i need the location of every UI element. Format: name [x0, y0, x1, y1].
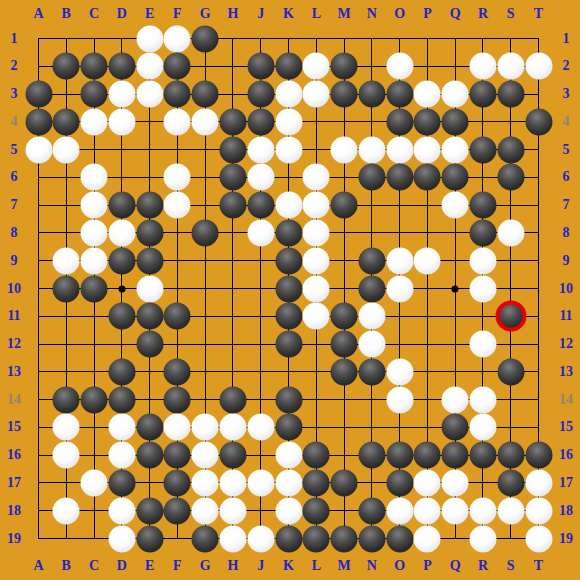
stone-white-K18[interactable]: [275, 497, 302, 524]
stone-white-R15[interactable]: [469, 414, 496, 441]
stone-black-F16[interactable]: [164, 442, 191, 469]
stone-white-L2[interactable]: [303, 53, 330, 80]
stone-black-K14[interactable]: [275, 386, 302, 413]
stone-white-G18[interactable]: [192, 497, 219, 524]
stone-black-C10[interactable]: [81, 275, 108, 302]
stone-black-P16[interactable]: [414, 442, 441, 469]
stone-white-P5[interactable]: [414, 136, 441, 163]
row-label-left-9: 9: [3, 253, 25, 269]
col-label-top-E: E: [139, 6, 161, 22]
stone-black-N9[interactable]: [358, 247, 385, 274]
col-label-top-F: F: [166, 6, 188, 22]
stone-white-D18[interactable]: [108, 497, 135, 524]
stone-black-T4[interactable]: [525, 108, 552, 135]
stone-black-J3[interactable]: [247, 81, 274, 108]
stone-white-C4[interactable]: [81, 108, 108, 135]
stone-black-E18[interactable]: [136, 497, 163, 524]
row-label-right-19: 19: [555, 531, 577, 547]
stone-white-E3[interactable]: [136, 81, 163, 108]
stone-white-D19[interactable]: [108, 525, 135, 552]
stone-black-S3[interactable]: [497, 81, 524, 108]
row-label-right-3: 3: [555, 86, 577, 102]
row-label-right-18: 18: [555, 503, 577, 519]
row-label-left-6: 6: [3, 169, 25, 185]
stone-white-L10[interactable]: [303, 275, 330, 302]
stone-white-E2[interactable]: [136, 53, 163, 80]
stone-black-N3[interactable]: [358, 81, 385, 108]
stone-black-B10[interactable]: [53, 275, 80, 302]
stone-white-R12[interactable]: [469, 331, 496, 358]
stone-black-S6[interactable]: [497, 164, 524, 191]
stone-black-O17[interactable]: [386, 469, 413, 496]
stone-black-K9[interactable]: [275, 247, 302, 274]
col-label-bottom-Q: Q: [444, 558, 466, 574]
stone-white-D16[interactable]: [108, 442, 135, 469]
stone-white-Q3[interactable]: [442, 81, 469, 108]
stone-black-E7[interactable]: [136, 192, 163, 219]
row-label-left-17: 17: [3, 475, 25, 491]
stone-white-D15[interactable]: [108, 414, 135, 441]
stone-white-Q18[interactable]: [442, 497, 469, 524]
stone-black-N18[interactable]: [358, 497, 385, 524]
stone-white-C8[interactable]: [81, 219, 108, 246]
row-label-right-11: 11: [555, 308, 577, 324]
col-label-bottom-D: D: [111, 558, 133, 574]
stone-black-F3[interactable]: [164, 81, 191, 108]
stone-black-M17[interactable]: [331, 469, 358, 496]
stone-white-D4[interactable]: [108, 108, 135, 135]
row-label-right-1: 1: [555, 31, 577, 47]
stone-white-E1[interactable]: [136, 25, 163, 52]
stone-white-R19[interactable]: [469, 525, 496, 552]
stone-white-F15[interactable]: [164, 414, 191, 441]
stone-black-S5[interactable]: [497, 136, 524, 163]
stone-white-K3[interactable]: [275, 81, 302, 108]
row-label-right-12: 12: [555, 336, 577, 352]
row-label-left-12: 12: [3, 336, 25, 352]
row-label-left-13: 13: [3, 364, 25, 380]
stone-white-T18[interactable]: [525, 497, 552, 524]
col-label-top-K: K: [278, 6, 300, 22]
stone-black-O19[interactable]: [386, 525, 413, 552]
col-label-top-C: C: [83, 6, 105, 22]
stone-black-G3[interactable]: [192, 81, 219, 108]
row-label-right-14: 14: [555, 392, 577, 408]
row-label-left-2: 2: [3, 58, 25, 74]
stone-black-O6[interactable]: [386, 164, 413, 191]
stone-white-O2[interactable]: [386, 53, 413, 80]
stone-black-Q15[interactable]: [442, 414, 469, 441]
col-label-bottom-E: E: [139, 558, 161, 574]
stone-white-P9[interactable]: [414, 247, 441, 274]
stone-white-J8[interactable]: [247, 219, 274, 246]
row-label-right-16: 16: [555, 447, 577, 463]
stone-white-A5[interactable]: [25, 136, 52, 163]
stone-black-F17[interactable]: [164, 469, 191, 496]
col-label-top-N: N: [361, 6, 383, 22]
stone-white-Q17[interactable]: [442, 469, 469, 496]
col-label-bottom-O: O: [389, 558, 411, 574]
stone-black-D2[interactable]: [108, 53, 135, 80]
stone-white-K16[interactable]: [275, 442, 302, 469]
stone-black-K19[interactable]: [275, 525, 302, 552]
stone-black-J4[interactable]: [247, 108, 274, 135]
stone-white-D8[interactable]: [108, 219, 135, 246]
stone-black-P6[interactable]: [414, 164, 441, 191]
stone-black-M2[interactable]: [331, 53, 358, 80]
stone-black-Q4[interactable]: [442, 108, 469, 135]
stone-black-F14[interactable]: [164, 386, 191, 413]
stone-black-B2[interactable]: [53, 53, 80, 80]
stone-black-O16[interactable]: [386, 442, 413, 469]
stone-white-P18[interactable]: [414, 497, 441, 524]
stone-white-P19[interactable]: [414, 525, 441, 552]
stone-white-S8[interactable]: [497, 219, 524, 246]
stone-white-P17[interactable]: [414, 469, 441, 496]
col-label-top-A: A: [28, 6, 50, 22]
stone-black-K2[interactable]: [275, 53, 302, 80]
col-label-top-R: R: [472, 6, 494, 22]
stone-black-P4[interactable]: [414, 108, 441, 135]
col-label-top-D: D: [111, 6, 133, 22]
stone-black-S17[interactable]: [497, 469, 524, 496]
stone-white-B9[interactable]: [53, 247, 80, 274]
stone-white-K4[interactable]: [275, 108, 302, 135]
grid-vertical-line: [344, 38, 345, 539]
row-label-right-4: 4: [555, 114, 577, 130]
stone-white-F1[interactable]: [164, 25, 191, 52]
stone-white-B18[interactable]: [53, 497, 80, 524]
stone-black-H4[interactable]: [219, 108, 246, 135]
col-label-bottom-M: M: [333, 558, 355, 574]
row-label-left-3: 3: [3, 86, 25, 102]
row-label-right-7: 7: [555, 197, 577, 213]
stone-white-O18[interactable]: [386, 497, 413, 524]
stone-black-M3[interactable]: [331, 81, 358, 108]
stone-white-L9[interactable]: [303, 247, 330, 274]
stone-black-H14[interactable]: [219, 386, 246, 413]
col-label-bottom-K: K: [278, 558, 300, 574]
stone-black-E19[interactable]: [136, 525, 163, 552]
row-label-left-14: 14: [3, 392, 25, 408]
stone-white-K5[interactable]: [275, 136, 302, 163]
stone-white-S18[interactable]: [497, 497, 524, 524]
stone-black-M7[interactable]: [331, 192, 358, 219]
row-label-left-5: 5: [3, 142, 25, 158]
col-label-bottom-J: J: [250, 558, 272, 574]
row-label-right-5: 5: [555, 142, 577, 158]
stone-black-D17[interactable]: [108, 469, 135, 496]
stone-black-A4[interactable]: [25, 108, 52, 135]
row-label-right-17: 17: [555, 475, 577, 491]
stone-white-B15[interactable]: [53, 414, 80, 441]
stone-white-L3[interactable]: [303, 81, 330, 108]
stone-white-R18[interactable]: [469, 497, 496, 524]
stone-black-J2[interactable]: [247, 53, 274, 80]
stone-black-R3[interactable]: [469, 81, 496, 108]
stone-white-F7[interactable]: [164, 192, 191, 219]
col-label-bottom-B: B: [55, 558, 77, 574]
stone-white-R9[interactable]: [469, 247, 496, 274]
stone-white-S2[interactable]: [497, 53, 524, 80]
col-label-bottom-P: P: [416, 558, 438, 574]
stone-black-F18[interactable]: [164, 497, 191, 524]
stone-black-M12[interactable]: [331, 331, 358, 358]
row-label-right-15: 15: [555, 419, 577, 435]
stone-black-R7[interactable]: [469, 192, 496, 219]
stone-white-K7[interactable]: [275, 192, 302, 219]
stone-black-D14[interactable]: [108, 386, 135, 413]
row-label-right-2: 2: [555, 58, 577, 74]
stone-black-N13[interactable]: [358, 358, 385, 385]
stone-black-E12[interactable]: [136, 331, 163, 358]
stone-white-H18[interactable]: [219, 497, 246, 524]
row-label-left-18: 18: [3, 503, 25, 519]
stone-white-O14[interactable]: [386, 386, 413, 413]
stone-white-G4[interactable]: [192, 108, 219, 135]
col-label-bottom-C: C: [83, 558, 105, 574]
stone-white-R2[interactable]: [469, 53, 496, 80]
stone-black-K10[interactable]: [275, 275, 302, 302]
row-label-left-19: 19: [3, 531, 25, 547]
col-label-top-O: O: [389, 6, 411, 22]
stone-black-G8[interactable]: [192, 219, 219, 246]
stone-black-K8[interactable]: [275, 219, 302, 246]
stone-white-J19[interactable]: [247, 525, 274, 552]
stone-white-G17[interactable]: [192, 469, 219, 496]
stone-white-L6[interactable]: [303, 164, 330, 191]
col-label-top-P: P: [416, 6, 438, 22]
stone-black-L16[interactable]: [303, 442, 330, 469]
stone-black-R5[interactable]: [469, 136, 496, 163]
col-label-top-B: B: [55, 6, 77, 22]
stone-black-C14[interactable]: [81, 386, 108, 413]
stone-white-M5[interactable]: [331, 136, 358, 163]
row-label-left-8: 8: [3, 225, 25, 241]
stone-black-H16[interactable]: [219, 442, 246, 469]
stone-black-N10[interactable]: [358, 275, 385, 302]
stone-black-H5[interactable]: [219, 136, 246, 163]
stone-white-Q7[interactable]: [442, 192, 469, 219]
row-label-right-10: 10: [555, 281, 577, 297]
stone-white-J6[interactable]: [247, 164, 274, 191]
stone-black-K12[interactable]: [275, 331, 302, 358]
stone-white-B16[interactable]: [53, 442, 80, 469]
col-label-top-H: H: [222, 6, 244, 22]
col-label-bottom-G: G: [194, 558, 216, 574]
stone-white-H15[interactable]: [219, 414, 246, 441]
stone-white-D3[interactable]: [108, 81, 135, 108]
col-label-top-S: S: [500, 6, 522, 22]
col-label-top-T: T: [528, 6, 550, 22]
star-point-D10: [118, 285, 125, 292]
stone-black-H7[interactable]: [219, 192, 246, 219]
stone-white-Q5[interactable]: [442, 136, 469, 163]
stone-black-F13[interactable]: [164, 358, 191, 385]
stone-black-B4[interactable]: [53, 108, 80, 135]
stone-white-N5[interactable]: [358, 136, 385, 163]
stone-white-L8[interactable]: [303, 219, 330, 246]
stone-black-D7[interactable]: [108, 192, 135, 219]
stone-white-H19[interactable]: [219, 525, 246, 552]
stone-black-G19[interactable]: [192, 525, 219, 552]
stone-black-N16[interactable]: [358, 442, 385, 469]
col-label-bottom-S: S: [500, 558, 522, 574]
row-label-left-10: 10: [3, 281, 25, 297]
stone-white-L11[interactable]: [303, 303, 330, 330]
stone-black-Q16[interactable]: [442, 442, 469, 469]
stone-black-O4[interactable]: [386, 108, 413, 135]
stone-white-H17[interactable]: [219, 469, 246, 496]
row-label-left-16: 16: [3, 447, 25, 463]
stone-white-C17[interactable]: [81, 469, 108, 496]
col-label-bottom-T: T: [528, 558, 550, 574]
stone-black-T16[interactable]: [525, 442, 552, 469]
stone-black-E15[interactable]: [136, 414, 163, 441]
stone-black-E11[interactable]: [136, 303, 163, 330]
last-move-marker: [495, 301, 526, 332]
stone-black-S16[interactable]: [497, 442, 524, 469]
stone-black-H6[interactable]: [219, 164, 246, 191]
col-label-bottom-A: A: [28, 558, 50, 574]
stone-black-A3[interactable]: [25, 81, 52, 108]
stone-black-D9[interactable]: [108, 247, 135, 274]
stone-white-O10[interactable]: [386, 275, 413, 302]
stone-black-F11[interactable]: [164, 303, 191, 330]
stone-black-B14[interactable]: [53, 386, 80, 413]
stone-black-C2[interactable]: [81, 53, 108, 80]
row-label-left-15: 15: [3, 419, 25, 435]
col-label-bottom-L: L: [305, 558, 327, 574]
stone-black-E8[interactable]: [136, 219, 163, 246]
row-label-right-6: 6: [555, 169, 577, 185]
row-label-left-4: 4: [3, 114, 25, 130]
col-label-top-Q: Q: [444, 6, 466, 22]
stone-white-P3[interactable]: [414, 81, 441, 108]
stone-white-E10[interactable]: [136, 275, 163, 302]
stone-white-F6[interactable]: [164, 164, 191, 191]
stone-white-O9[interactable]: [386, 247, 413, 274]
stone-black-O3[interactable]: [386, 81, 413, 108]
stone-white-R14[interactable]: [469, 386, 496, 413]
stone-white-O13[interactable]: [386, 358, 413, 385]
stone-white-N12[interactable]: [358, 331, 385, 358]
stone-white-F4[interactable]: [164, 108, 191, 135]
row-label-left-7: 7: [3, 197, 25, 213]
stone-white-B5[interactable]: [53, 136, 80, 163]
stone-white-O5[interactable]: [386, 136, 413, 163]
stone-white-T19[interactable]: [525, 525, 552, 552]
stone-white-K17[interactable]: [275, 469, 302, 496]
stone-black-E16[interactable]: [136, 442, 163, 469]
stone-white-R10[interactable]: [469, 275, 496, 302]
stone-black-S13[interactable]: [497, 358, 524, 385]
stone-black-D11[interactable]: [108, 303, 135, 330]
stone-white-C9[interactable]: [81, 247, 108, 274]
stone-black-D13[interactable]: [108, 358, 135, 385]
stone-white-C6[interactable]: [81, 164, 108, 191]
row-label-right-9: 9: [555, 253, 577, 269]
stone-black-M19[interactable]: [331, 525, 358, 552]
stone-black-L18[interactable]: [303, 497, 330, 524]
col-label-bottom-H: H: [222, 558, 244, 574]
stone-black-M13[interactable]: [331, 358, 358, 385]
stone-white-Q14[interactable]: [442, 386, 469, 413]
stone-black-L19[interactable]: [303, 525, 330, 552]
row-label-right-8: 8: [555, 225, 577, 241]
stone-black-N19[interactable]: [358, 525, 385, 552]
stone-black-E9[interactable]: [136, 247, 163, 274]
stone-white-J15[interactable]: [247, 414, 274, 441]
stone-black-G1[interactable]: [192, 25, 219, 52]
star-point-Q10: [452, 285, 459, 292]
stone-black-R8[interactable]: [469, 219, 496, 246]
stone-black-K11[interactable]: [275, 303, 302, 330]
stone-black-M11[interactable]: [331, 303, 358, 330]
stone-white-G15[interactable]: [192, 414, 219, 441]
stone-white-N11[interactable]: [358, 303, 385, 330]
stone-black-J7[interactable]: [247, 192, 274, 219]
col-label-bottom-F: F: [166, 558, 188, 574]
stone-white-C7[interactable]: [81, 192, 108, 219]
row-label-left-1: 1: [3, 31, 25, 47]
stone-black-R16[interactable]: [469, 442, 496, 469]
stone-black-C3[interactable]: [81, 81, 108, 108]
stone-black-K15[interactable]: [275, 414, 302, 441]
stone-white-J17[interactable]: [247, 469, 274, 496]
col-label-top-M: M: [333, 6, 355, 22]
row-label-right-13: 13: [555, 364, 577, 380]
stone-white-J5[interactable]: [247, 136, 274, 163]
col-label-top-J: J: [250, 6, 272, 22]
col-label-top-G: G: [194, 6, 216, 22]
row-label-left-11: 11: [3, 308, 25, 324]
stone-white-L7[interactable]: [303, 192, 330, 219]
col-label-bottom-N: N: [361, 558, 383, 574]
stone-white-T2[interactable]: [525, 53, 552, 80]
col-label-top-L: L: [305, 6, 327, 22]
stone-black-L17[interactable]: [303, 469, 330, 496]
stone-black-Q6[interactable]: [442, 164, 469, 191]
stone-white-G16[interactable]: [192, 442, 219, 469]
stone-black-F2[interactable]: [164, 53, 191, 80]
stone-white-T17[interactable]: [525, 469, 552, 496]
go-board-app: AABBCCDDEEFFGGHHJJKKLLMMNNOOPPQQRRSSTT11…: [0, 0, 580, 580]
stone-black-N6[interactable]: [358, 164, 385, 191]
col-label-bottom-R: R: [472, 558, 494, 574]
